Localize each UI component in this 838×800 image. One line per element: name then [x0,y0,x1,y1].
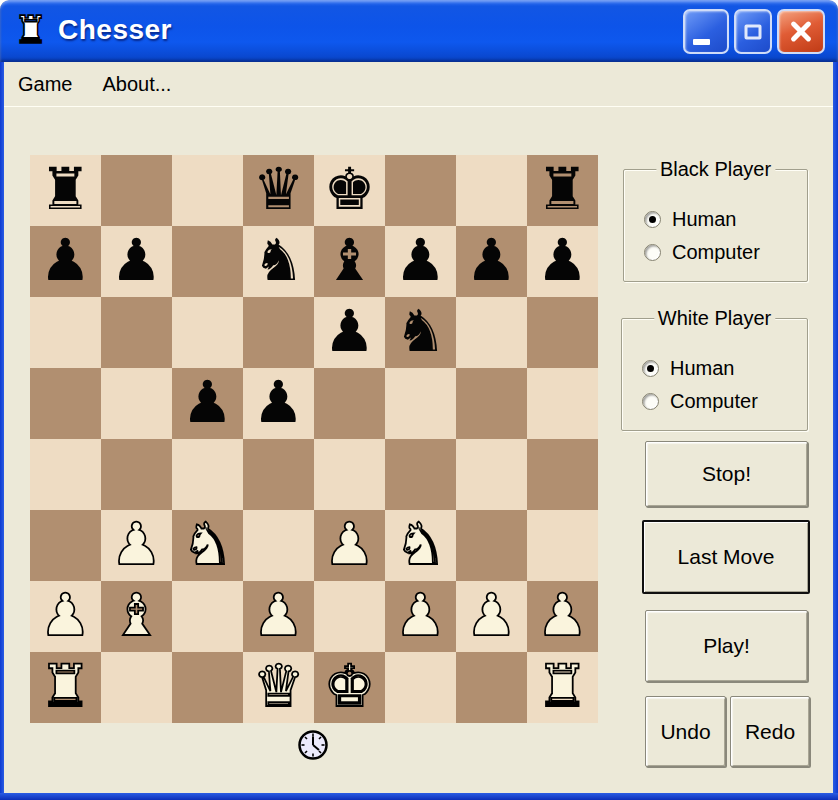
square-g2[interactable]: ♟ [456,581,527,652]
white-pawn: ♟ [537,586,589,644]
square-e6[interactable]: ♟ [314,297,385,368]
square-f1[interactable] [385,652,456,723]
square-f3[interactable]: ♞ [385,510,456,581]
white-player-group-label: White Player [654,307,775,330]
title-bar[interactable]: ♜ Chesser [0,0,838,62]
black-knight: ♞ [253,231,305,289]
square-d4[interactable] [243,439,314,510]
white-pawn: ♟ [40,586,92,644]
black-pawn: ♟ [253,373,305,431]
white-pawn: ♟ [395,586,447,644]
square-g6[interactable] [456,297,527,368]
square-b2[interactable]: ♝ [101,581,172,652]
square-h1[interactable]: ♜ [527,652,598,723]
square-f2[interactable]: ♟ [385,581,456,652]
stop-button[interactable]: Stop! [645,441,808,507]
white-player-group: White Player Human Computer [621,318,808,431]
white-player-human-radio[interactable]: Human [642,357,758,380]
square-c5[interactable]: ♟ [172,368,243,439]
black-player-group-label: Black Player [656,158,775,181]
square-h3[interactable] [527,510,598,581]
close-icon [787,18,815,46]
black-knight: ♞ [395,302,447,360]
white-rook: ♜ [40,657,92,715]
undo-button[interactable]: Undo [645,696,726,767]
square-d8[interactable]: ♛ [243,155,314,226]
white-knight: ♞ [182,515,234,573]
black-pawn: ♟ [111,231,163,289]
black-pawn: ♟ [40,231,92,289]
square-a1[interactable]: ♜ [30,652,101,723]
square-f5[interactable] [385,368,456,439]
white-knight: ♞ [395,515,447,573]
square-h4[interactable] [527,439,598,510]
square-f6[interactable]: ♞ [385,297,456,368]
square-d3[interactable] [243,510,314,581]
square-h2[interactable]: ♟ [527,581,598,652]
square-h5[interactable] [527,368,598,439]
chesser-window: ♜ Chesser Game About... ♜♛♚♜♟♟♞♝♟♟♟♟♞♟♟♟… [0,0,838,800]
square-e1[interactable]: ♚ [314,652,385,723]
window-border-bottom [0,793,838,800]
square-h7[interactable]: ♟ [527,226,598,297]
close-button[interactable] [777,9,825,54]
square-a3[interactable] [30,510,101,581]
black-player-computer-radio[interactable]: Computer [644,241,760,264]
minimize-button[interactable] [683,9,729,54]
square-d1[interactable]: ♛ [243,652,314,723]
last-move-button[interactable]: Last Move [642,520,810,594]
white-human-label: Human [670,357,734,380]
black-player-group: Black Player Human Computer [623,169,808,282]
square-b3[interactable]: ♟ [101,510,172,581]
square-b6[interactable] [101,297,172,368]
square-b1[interactable] [101,652,172,723]
square-c1[interactable] [172,652,243,723]
square-g4[interactable] [456,439,527,510]
square-c8[interactable] [172,155,243,226]
square-g5[interactable] [456,368,527,439]
square-f7[interactable]: ♟ [385,226,456,297]
square-a8[interactable]: ♜ [30,155,101,226]
square-c2[interactable] [172,581,243,652]
square-e4[interactable] [314,439,385,510]
square-d7[interactable]: ♞ [243,226,314,297]
square-b8[interactable] [101,155,172,226]
black-pawn: ♟ [324,302,376,360]
maximize-icon [745,24,762,39]
square-c6[interactable] [172,297,243,368]
black-rook: ♜ [40,160,92,218]
radio-button-icon [642,360,659,377]
square-c3[interactable]: ♞ [172,510,243,581]
clock-icon [296,728,330,762]
square-c7[interactable] [172,226,243,297]
square-d2[interactable]: ♟ [243,581,314,652]
radio-button-icon [644,244,661,261]
chess-board: ♜♛♚♜♟♟♞♝♟♟♟♟♞♟♟♟♞♟♞♟♝♟♟♟♟♜♛♚♜ [30,155,598,723]
black-pawn: ♟ [537,231,589,289]
white-computer-label: Computer [670,390,758,413]
black-king: ♚ [324,160,376,218]
minimize-icon [693,39,710,45]
square-e2[interactable] [314,581,385,652]
black-pawn: ♟ [182,373,234,431]
menu-game[interactable]: Game [12,62,78,107]
radio-button-icon [644,211,661,228]
square-e5[interactable] [314,368,385,439]
square-h6[interactable] [527,297,598,368]
square-g3[interactable] [456,510,527,581]
menu-about[interactable]: About... [96,62,177,107]
square-e8[interactable]: ♚ [314,155,385,226]
white-bishop: ♝ [111,586,163,644]
white-pawn: ♟ [466,586,518,644]
white-pawn: ♟ [111,515,163,573]
square-a4[interactable] [30,439,101,510]
black-player-human-radio[interactable]: Human [644,208,760,231]
white-king: ♚ [324,657,376,715]
square-b7[interactable]: ♟ [101,226,172,297]
menu-bar: Game About... [4,62,833,107]
play-button[interactable]: Play! [645,610,808,682]
white-queen: ♛ [253,657,305,715]
square-e3[interactable]: ♟ [314,510,385,581]
square-f8[interactable] [385,155,456,226]
square-a6[interactable] [30,297,101,368]
rook-icon: ♜ [14,8,48,52]
square-b5[interactable] [101,368,172,439]
radio-button-icon [642,393,659,410]
square-d5[interactable]: ♟ [243,368,314,439]
redo-button[interactable]: Redo [730,696,810,767]
square-f4[interactable] [385,439,456,510]
square-d6[interactable] [243,297,314,368]
square-c4[interactable] [172,439,243,510]
square-g8[interactable] [456,155,527,226]
white-pawn: ♟ [253,586,305,644]
black-pawn: ♟ [466,231,518,289]
square-a7[interactable]: ♟ [30,226,101,297]
white-pawn: ♟ [324,515,376,573]
black-rook: ♜ [537,160,589,218]
white-rook: ♜ [537,657,589,715]
square-e7[interactable]: ♝ [314,226,385,297]
white-player-computer-radio[interactable]: Computer [642,390,758,413]
maximize-button[interactable] [734,9,772,54]
window-border-right [833,56,838,800]
square-h8[interactable]: ♜ [527,155,598,226]
black-queen: ♛ [253,160,305,218]
square-a5[interactable] [30,368,101,439]
square-a2[interactable]: ♟ [30,581,101,652]
window-title: Chesser [58,14,172,46]
square-g7[interactable]: ♟ [456,226,527,297]
black-bishop: ♝ [324,231,376,289]
black-human-label: Human [672,208,736,231]
black-pawn: ♟ [395,231,447,289]
square-b4[interactable] [101,439,172,510]
window-controls [683,9,825,54]
square-g1[interactable] [456,652,527,723]
window-border-left [0,56,4,800]
black-computer-label: Computer [672,241,760,264]
